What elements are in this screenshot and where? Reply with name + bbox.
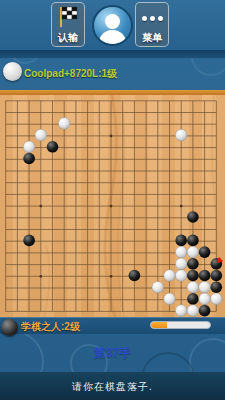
player-top-name: Coolpad+8720L:1级 (24, 67, 117, 81)
time-progress-fill (151, 322, 167, 328)
white-stone (187, 281, 199, 293)
star-point (110, 205, 113, 208)
white-stone (23, 141, 35, 153)
black-stone (187, 258, 199, 270)
app-screen: 认输 菜单 Coolpad+8720L:1级 学棋之人:2级 第37手 请你在棋… (0, 0, 225, 400)
avatar-button[interactable] (92, 5, 133, 46)
time-progress-bar (150, 321, 211, 329)
toolbar-divider (0, 50, 225, 58)
white-stone (175, 270, 187, 282)
white-stone (187, 246, 199, 258)
black-stone (199, 270, 211, 282)
black-stone (175, 235, 187, 247)
go-board[interactable] (0, 95, 225, 317)
black-stone (187, 270, 199, 282)
resign-button[interactable]: 认输 (51, 2, 85, 47)
white-stone (211, 293, 223, 305)
player-bottom-name: 学棋之人:2级 (21, 320, 80, 334)
black-stone (187, 235, 199, 247)
white-stone (58, 118, 70, 130)
white-stone (35, 129, 47, 141)
white-stone (164, 270, 176, 282)
star-point (39, 275, 42, 278)
white-stone-icon (3, 62, 22, 81)
star-point (110, 135, 113, 138)
black-stone (47, 141, 59, 153)
white-stone (199, 281, 211, 293)
prompt-text: 请你在棋盘落子. (0, 380, 225, 394)
menu-button[interactable]: 菜单 (135, 2, 169, 47)
white-stone (175, 246, 187, 258)
black-stone (199, 246, 211, 258)
star-point (110, 275, 113, 278)
person-icon (105, 14, 120, 29)
black-stone (23, 235, 35, 247)
white-stone (175, 258, 187, 270)
white-stone (175, 305, 187, 317)
black-stone (199, 305, 211, 317)
star-point (39, 205, 42, 208)
white-stone (187, 305, 199, 317)
black-stone-icon (1, 319, 18, 336)
three-dots-icon (142, 16, 163, 21)
move-number-label: 第37手 (0, 345, 225, 362)
white-stone (152, 281, 164, 293)
checkered-flag-icon (56, 5, 80, 29)
player-bottom-bar: 学棋之人:2级 (0, 317, 225, 334)
resign-label: 认输 (58, 32, 78, 44)
black-stone (211, 281, 223, 293)
white-stone (164, 293, 176, 305)
black-stone (187, 293, 199, 305)
black-stone (187, 211, 199, 223)
person-icon (99, 30, 126, 46)
black-stone (211, 270, 223, 282)
star-point (180, 205, 183, 208)
wood-grain (44, 245, 50, 317)
black-stone (129, 270, 141, 282)
white-stone (199, 293, 211, 305)
black-stone (23, 153, 35, 165)
board-svg (0, 95, 225, 317)
wood-grain (118, 105, 125, 317)
player-top-bar: Coolpad+8720L:1级 (0, 58, 225, 90)
white-stone (175, 129, 187, 141)
menu-label: 菜单 (142, 32, 162, 44)
